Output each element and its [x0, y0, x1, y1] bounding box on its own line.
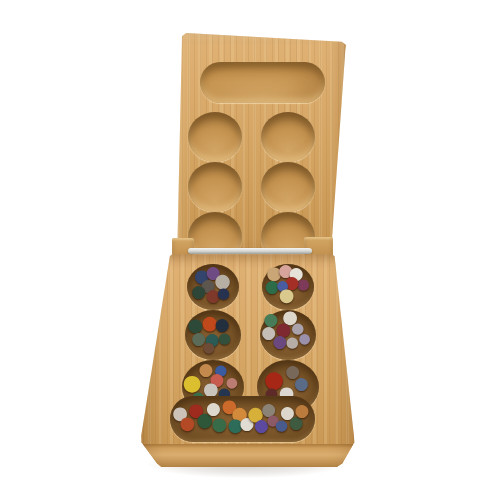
lower-pit-grid: ●●●●●●● ●●●●●●●● ●●●●●●● ●●●●●●●● ●●●●●●… — [176, 264, 325, 389]
lower-pit-4: ●●●●●●●● — [260, 310, 316, 360]
upper-pit-3 — [188, 162, 242, 212]
upper-board-leaf — [176, 33, 347, 251]
gem-stone: ● — [226, 375, 238, 389]
gem-stone: ● — [211, 415, 227, 433]
upper-pit-2 — [261, 112, 315, 162]
gem-stone: ● — [295, 401, 310, 418]
upper-pit-grid — [178, 112, 324, 244]
gem-stone: ● — [191, 282, 206, 299]
upper-store-pit — [200, 62, 325, 103]
lower-store-pit: ●●●●●●●●●●●●●●●●●● — [170, 396, 315, 442]
lower-board-leaf: ●●●●●●● ●●●●●●●● ●●●●●●● ●●●●●●●● ●●●●●●… — [137, 253, 359, 468]
lower-pit-1: ●●●●●●● — [187, 264, 239, 310]
gem-stone: ● — [217, 285, 230, 300]
product-photo: ●●●●●●● ●●●●●●●● ●●●●●●● ●●●●●●●● ●●●●●●… — [0, 0, 500, 500]
lower-pit-2: ●●●●●●●● — [262, 264, 314, 310]
upper-pit-4 — [261, 162, 315, 212]
gem-stone: ● — [218, 331, 231, 346]
gem-stone: ● — [279, 286, 295, 304]
gem-stone: ● — [286, 335, 299, 350]
hinge-rod — [188, 248, 312, 254]
upper-pit-1 — [188, 112, 242, 162]
gem-stone: ● — [298, 331, 310, 345]
gem-stone: ● — [294, 374, 309, 391]
gem-stone: ● — [203, 340, 215, 354]
lower-pit-3: ●●●●●●● — [185, 310, 241, 360]
